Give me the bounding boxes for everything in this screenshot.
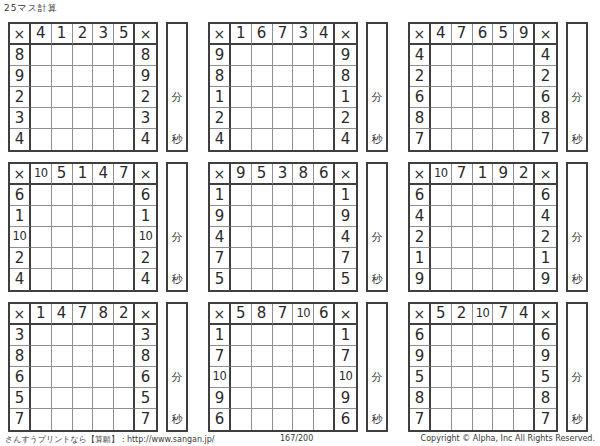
answer-cell[interactable] — [73, 129, 94, 150]
answer-cell[interactable] — [231, 66, 252, 87]
answer-cell[interactable] — [473, 248, 494, 269]
answer-cell[interactable] — [252, 269, 273, 290]
answer-cell[interactable] — [514, 367, 535, 388]
seconds-label: 秒 — [368, 269, 386, 290]
answer-cell[interactable] — [452, 248, 473, 269]
answer-cell[interactable] — [314, 129, 335, 150]
answer-cell[interactable] — [93, 248, 114, 269]
answer-cell[interactable] — [514, 108, 535, 129]
answer-cell[interactable] — [452, 227, 473, 248]
seconds-label: 秒 — [368, 409, 386, 430]
answer-cell[interactable] — [514, 87, 535, 108]
answer-cell[interactable] — [31, 206, 52, 227]
answer-cell[interactable] — [31, 66, 52, 87]
answer-cell[interactable] — [273, 185, 294, 206]
answer-cell[interactable] — [514, 269, 535, 290]
answer-cell[interactable] — [431, 388, 452, 409]
top-label-cell: 7 — [273, 304, 294, 325]
answer-cell[interactable] — [93, 87, 114, 108]
answer-cell[interactable] — [431, 185, 452, 206]
answer-cell[interactable] — [473, 409, 494, 430]
top-label-cell: 1 — [73, 164, 94, 185]
answer-cell[interactable] — [452, 269, 473, 290]
answer-cell[interactable] — [473, 269, 494, 290]
answer-cell[interactable] — [293, 248, 314, 269]
answer-cell[interactable] — [293, 227, 314, 248]
right-label-cell: 6 — [135, 185, 156, 206]
answer-cell[interactable] — [73, 45, 94, 66]
right-label-cell: 4 — [535, 206, 556, 227]
answer-cell[interactable] — [114, 409, 135, 430]
answer-cell[interactable] — [231, 227, 252, 248]
timer-box[interactable]: 分秒 — [366, 22, 388, 152]
answer-cell[interactable] — [314, 269, 335, 290]
answer-cell[interactable] — [114, 346, 135, 367]
answer-cell[interactable] — [493, 206, 514, 227]
answer-cell[interactable] — [52, 185, 73, 206]
answer-cell[interactable] — [252, 129, 273, 150]
answer-cell[interactable] — [73, 66, 94, 87]
answer-cell[interactable] — [31, 227, 52, 248]
answer-cell[interactable] — [114, 227, 135, 248]
answer-cell[interactable] — [93, 388, 114, 409]
answer-cell[interactable] — [31, 388, 52, 409]
drill-block-1: ×41235×8899223344分秒 — [8, 22, 200, 152]
right-label-cell: 6 — [535, 185, 556, 206]
answer-cell[interactable] — [52, 206, 73, 227]
answer-cell[interactable] — [31, 409, 52, 430]
answer-cell[interactable] — [314, 87, 335, 108]
answer-cell[interactable] — [431, 206, 452, 227]
answer-cell[interactable] — [493, 388, 514, 409]
answer-cell[interactable] — [293, 185, 314, 206]
answer-cell[interactable] — [114, 129, 135, 150]
top-label-cell: 7 — [452, 164, 473, 185]
answer-cell[interactable] — [252, 325, 273, 346]
answer-cell[interactable] — [231, 206, 252, 227]
answer-cell[interactable] — [514, 409, 535, 430]
answer-cell[interactable] — [73, 325, 94, 346]
top-label-cell: 8 — [93, 304, 114, 325]
answer-cell[interactable] — [114, 248, 135, 269]
answer-cell[interactable] — [31, 269, 52, 290]
right-label-cell: 5 — [335, 269, 356, 290]
answer-cell[interactable] — [231, 87, 252, 108]
answer-cell[interactable] — [73, 346, 94, 367]
answer-cell[interactable] — [452, 206, 473, 227]
answer-cell[interactable] — [93, 325, 114, 346]
answer-cell[interactable] — [252, 206, 273, 227]
answer-cell[interactable] — [452, 45, 473, 66]
answer-cell[interactable] — [252, 388, 273, 409]
answer-cell[interactable] — [293, 66, 314, 87]
answer-cell[interactable] — [452, 325, 473, 346]
answer-cell[interactable] — [93, 185, 114, 206]
answer-cell[interactable] — [114, 45, 135, 66]
answer-cell[interactable] — [252, 185, 273, 206]
answer-cell[interactable] — [114, 367, 135, 388]
left-label-cell: 8 — [410, 108, 431, 129]
answer-cell[interactable] — [314, 108, 335, 129]
answer-cell[interactable] — [452, 388, 473, 409]
answer-cell[interactable] — [293, 409, 314, 430]
answer-cell[interactable] — [473, 206, 494, 227]
answer-cell[interactable] — [493, 409, 514, 430]
answer-cell[interactable] — [314, 346, 335, 367]
multiply-operator-cell: × — [335, 304, 356, 325]
answer-cell[interactable] — [273, 388, 294, 409]
answer-cell[interactable] — [473, 108, 494, 129]
right-label-cell: 5 — [535, 367, 556, 388]
answer-cell[interactable] — [314, 367, 335, 388]
answer-cell[interactable] — [431, 227, 452, 248]
answer-cell[interactable] — [431, 346, 452, 367]
answer-cell[interactable] — [452, 409, 473, 430]
answer-cell[interactable] — [231, 108, 252, 129]
answer-cell[interactable] — [114, 185, 135, 206]
top-label-cell: 4 — [93, 164, 114, 185]
right-label-cell: 2 — [535, 227, 556, 248]
answer-cell[interactable] — [273, 227, 294, 248]
right-label-cell: 9 — [535, 269, 556, 290]
answer-cell[interactable] — [314, 66, 335, 87]
answer-cell[interactable] — [52, 45, 73, 66]
answer-cell[interactable] — [52, 227, 73, 248]
answer-cell[interactable] — [431, 87, 452, 108]
right-label-cell: 2 — [335, 108, 356, 129]
top-label-cell: 10 — [293, 304, 314, 325]
footer-site-credit: さんすうプリントなら【算願】：http://www.sangan.jp/ — [5, 434, 215, 445]
answer-cell[interactable] — [314, 185, 335, 206]
answer-cell[interactable] — [231, 185, 252, 206]
timer-box[interactable]: 分秒 — [566, 162, 588, 292]
answer-cell[interactable] — [252, 346, 273, 367]
answer-cell[interactable] — [293, 87, 314, 108]
answer-cell[interactable] — [114, 108, 135, 129]
answer-cell[interactable] — [93, 45, 114, 66]
answer-cell[interactable] — [493, 325, 514, 346]
answer-cell[interactable] — [514, 206, 535, 227]
answer-cell[interactable] — [273, 409, 294, 430]
answer-cell[interactable] — [93, 66, 114, 87]
answer-cell[interactable] — [273, 66, 294, 87]
answer-cell[interactable] — [314, 248, 335, 269]
answer-cell[interactable] — [293, 129, 314, 150]
answer-cell[interactable] — [231, 248, 252, 269]
answer-cell[interactable] — [73, 367, 94, 388]
answer-cell[interactable] — [452, 346, 473, 367]
answer-cell[interactable] — [52, 409, 73, 430]
answer-cell[interactable] — [52, 87, 73, 108]
left-label-cell: 8 — [410, 388, 431, 409]
answer-cell[interactable] — [52, 367, 73, 388]
answer-cell[interactable] — [114, 206, 135, 227]
right-label-cell: 8 — [535, 388, 556, 409]
answer-cell[interactable] — [31, 108, 52, 129]
answer-cell[interactable] — [273, 108, 294, 129]
answer-cell[interactable] — [514, 45, 535, 66]
answer-cell[interactable] — [473, 87, 494, 108]
answer-cell[interactable] — [93, 206, 114, 227]
answer-cell[interactable] — [31, 367, 52, 388]
answer-cell[interactable] — [293, 346, 314, 367]
top-label-cell: 2 — [514, 164, 535, 185]
answer-cell[interactable] — [473, 45, 494, 66]
answer-cell[interactable] — [252, 409, 273, 430]
answer-cell[interactable] — [252, 367, 273, 388]
answer-cell[interactable] — [452, 185, 473, 206]
answer-cell[interactable] — [73, 269, 94, 290]
timer-box[interactable]: 分秒 — [566, 302, 588, 432]
answer-cell[interactable] — [473, 346, 494, 367]
right-label-cell: 9 — [535, 346, 556, 367]
answer-cell[interactable] — [273, 206, 294, 227]
answer-cell[interactable] — [431, 367, 452, 388]
answer-cell[interactable] — [252, 248, 273, 269]
drill-block-3: ×47659×4422668877分秒 — [408, 22, 600, 152]
multiplication-grid: ×587106×117710109966 — [208, 302, 358, 432]
left-label-cell: 9 — [210, 45, 231, 66]
answer-cell[interactable] — [514, 248, 535, 269]
answer-cell[interactable] — [273, 87, 294, 108]
answer-cell[interactable] — [514, 227, 535, 248]
answer-cell[interactable] — [452, 87, 473, 108]
answer-cell[interactable] — [493, 269, 514, 290]
right-label-cell: 7 — [335, 346, 356, 367]
answer-cell[interactable] — [273, 129, 294, 150]
top-label-cell: 8 — [252, 304, 273, 325]
answer-cell[interactable] — [93, 367, 114, 388]
timer-box[interactable]: 分秒 — [366, 162, 388, 292]
right-label-cell: 3 — [135, 325, 156, 346]
answer-cell[interactable] — [31, 346, 52, 367]
answer-cell[interactable] — [273, 346, 294, 367]
answer-cell[interactable] — [273, 325, 294, 346]
answer-cell[interactable] — [452, 367, 473, 388]
answer-cell[interactable] — [93, 108, 114, 129]
answer-cell[interactable] — [52, 388, 73, 409]
left-label-cell: 1 — [410, 248, 431, 269]
answer-cell[interactable] — [252, 108, 273, 129]
top-label-cell: 2 — [452, 304, 473, 325]
right-label-cell: 4 — [535, 45, 556, 66]
answer-cell[interactable] — [431, 45, 452, 66]
answer-cell[interactable] — [31, 248, 52, 269]
answer-cell[interactable] — [293, 269, 314, 290]
answer-cell[interactable] — [31, 45, 52, 66]
top-label-cell: 10 — [473, 304, 494, 325]
answer-cell[interactable] — [73, 185, 94, 206]
answer-cell[interactable] — [93, 346, 114, 367]
answer-cell[interactable] — [114, 388, 135, 409]
answer-cell[interactable] — [493, 66, 514, 87]
answer-cell[interactable] — [231, 346, 252, 367]
seconds-label: 秒 — [568, 129, 586, 150]
answer-cell[interactable] — [273, 45, 294, 66]
answer-cell[interactable] — [493, 227, 514, 248]
answer-cell[interactable] — [493, 87, 514, 108]
answer-cell[interactable] — [493, 248, 514, 269]
left-label-cell: 4 — [210, 227, 231, 248]
left-label-cell: 6 — [10, 367, 31, 388]
multiply-operator-cell: × — [210, 164, 231, 185]
answer-cell[interactable] — [231, 367, 252, 388]
answer-cell[interactable] — [73, 388, 94, 409]
answer-cell[interactable] — [273, 248, 294, 269]
top-label-cell: 4 — [52, 304, 73, 325]
answer-cell[interactable] — [514, 66, 535, 87]
right-label-cell: 4 — [335, 227, 356, 248]
answer-cell[interactable] — [231, 45, 252, 66]
multiply-operator-cell: × — [10, 304, 31, 325]
answer-cell[interactable] — [231, 269, 252, 290]
right-label-cell: 6 — [135, 367, 156, 388]
answer-cell[interactable] — [73, 248, 94, 269]
answer-cell[interactable] — [314, 45, 335, 66]
left-label-cell: 5 — [10, 388, 31, 409]
answer-cell[interactable] — [514, 185, 535, 206]
minutes-label: 分 — [568, 227, 586, 248]
answer-cell[interactable] — [252, 227, 273, 248]
drill-block-5: ×95386×1199447755分秒 — [208, 162, 400, 292]
answer-cell[interactable] — [252, 87, 273, 108]
answer-cell[interactable] — [114, 87, 135, 108]
answer-cell[interactable] — [114, 269, 135, 290]
top-label-cell: 1 — [52, 24, 73, 45]
answer-cell[interactable] — [493, 108, 514, 129]
answer-cell[interactable] — [473, 367, 494, 388]
timer-box[interactable]: 分秒 — [366, 302, 388, 432]
right-label-cell: 7 — [335, 248, 356, 269]
answer-cell[interactable] — [31, 325, 52, 346]
footer-copyright: Copyright © Alpha, Inc All Rights Reserv… — [421, 434, 595, 443]
right-label-cell: 8 — [535, 108, 556, 129]
answer-cell[interactable] — [293, 108, 314, 129]
answer-cell[interactable] — [73, 227, 94, 248]
top-label-cell: 7 — [114, 164, 135, 185]
answer-cell[interactable] — [252, 45, 273, 66]
answer-cell[interactable] — [231, 409, 252, 430]
answer-cell[interactable] — [431, 409, 452, 430]
timer-box[interactable]: 分秒 — [166, 162, 188, 292]
answer-cell[interactable] — [93, 269, 114, 290]
multiply-operator-cell: × — [210, 24, 231, 45]
answer-cell[interactable] — [431, 66, 452, 87]
left-label-cell: 4 — [410, 45, 431, 66]
top-label-cell: 2 — [114, 304, 135, 325]
answer-cell[interactable] — [52, 66, 73, 87]
answer-cell[interactable] — [473, 227, 494, 248]
left-label-cell: 4 — [410, 206, 431, 227]
answer-cell[interactable] — [493, 45, 514, 66]
answer-cell[interactable] — [493, 367, 514, 388]
multiply-operator-cell: × — [410, 24, 431, 45]
answer-cell[interactable] — [293, 367, 314, 388]
answer-cell[interactable] — [431, 248, 452, 269]
answer-cell[interactable] — [93, 409, 114, 430]
answer-cell[interactable] — [514, 325, 535, 346]
answer-cell[interactable] — [231, 388, 252, 409]
answer-cell[interactable] — [431, 325, 452, 346]
answer-cell[interactable] — [273, 367, 294, 388]
right-label-cell: 4 — [135, 269, 156, 290]
answer-cell[interactable] — [473, 129, 494, 150]
answer-cell[interactable] — [93, 227, 114, 248]
answer-cell[interactable] — [73, 409, 94, 430]
answer-cell[interactable] — [431, 269, 452, 290]
answer-cell[interactable] — [52, 108, 73, 129]
answer-cell[interactable] — [73, 87, 94, 108]
seconds-label: 秒 — [168, 129, 186, 150]
answer-cell[interactable] — [31, 185, 52, 206]
top-label-cell: 3 — [273, 164, 294, 185]
answer-cell[interactable] — [31, 87, 52, 108]
answer-cell[interactable] — [73, 108, 94, 129]
timer-box[interactable]: 分秒 — [166, 302, 188, 432]
answer-cell[interactable] — [452, 129, 473, 150]
answer-cell[interactable] — [52, 346, 73, 367]
answer-cell[interactable] — [231, 129, 252, 150]
answer-cell[interactable] — [452, 66, 473, 87]
answer-cell[interactable] — [52, 269, 73, 290]
answer-cell[interactable] — [293, 325, 314, 346]
answer-cell[interactable] — [73, 206, 94, 227]
multiply-operator-cell: × — [410, 304, 431, 325]
answer-cell[interactable] — [493, 185, 514, 206]
answer-cell[interactable] — [473, 388, 494, 409]
answer-cell[interactable] — [314, 206, 335, 227]
timer-box[interactable]: 分秒 — [166, 22, 188, 152]
answer-cell[interactable] — [273, 269, 294, 290]
answer-cell[interactable] — [231, 325, 252, 346]
right-label-cell: 1 — [335, 325, 356, 346]
right-label-cell: 3 — [135, 108, 156, 129]
timer-box[interactable]: 分秒 — [566, 22, 588, 152]
answer-cell[interactable] — [314, 409, 335, 430]
answer-cell[interactable] — [114, 325, 135, 346]
answer-cell[interactable] — [293, 388, 314, 409]
answer-cell[interactable] — [314, 227, 335, 248]
answer-cell[interactable] — [93, 129, 114, 150]
answer-cell[interactable] — [493, 129, 514, 150]
answer-cell[interactable] — [514, 129, 535, 150]
drill-block-6: ×107192×6644221199分秒 — [408, 162, 600, 292]
answer-cell[interactable] — [473, 325, 494, 346]
answer-cell[interactable] — [293, 206, 314, 227]
answer-cell[interactable] — [473, 66, 494, 87]
answer-cell[interactable] — [52, 129, 73, 150]
answer-cell[interactable] — [452, 108, 473, 129]
answer-cell[interactable] — [314, 325, 335, 346]
answer-cell[interactable] — [431, 108, 452, 129]
left-label-cell: 9 — [210, 388, 231, 409]
answer-cell[interactable] — [514, 388, 535, 409]
answer-cell[interactable] — [31, 129, 52, 150]
right-label-cell: 2 — [535, 66, 556, 87]
answer-cell[interactable] — [293, 45, 314, 66]
answer-cell[interactable] — [114, 66, 135, 87]
page-footer: さんすうプリントなら【算願】：http://www.sangan.jp/ 167… — [0, 433, 600, 445]
answer-cell[interactable] — [514, 346, 535, 367]
answer-cell[interactable] — [473, 185, 494, 206]
answer-cell[interactable] — [52, 325, 73, 346]
answer-cell[interactable] — [314, 388, 335, 409]
answer-cell[interactable] — [493, 346, 514, 367]
answer-cell[interactable] — [52, 248, 73, 269]
multiplication-grid: ×16734×9988112244 — [208, 22, 358, 152]
answer-cell[interactable] — [252, 66, 273, 87]
answer-cell[interactable] — [431, 129, 452, 150]
